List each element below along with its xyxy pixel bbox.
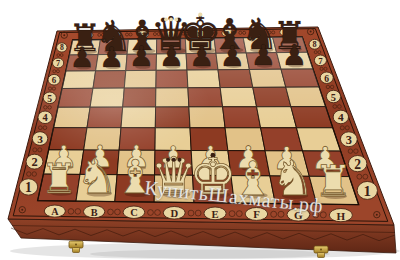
- piece-black-pawn: ♟: [99, 41, 124, 74]
- board-detail: 3: [346, 133, 352, 147]
- board-detail: [320, 249, 322, 251]
- corner-scroll-ornament: [21, 209, 23, 211]
- queen-crown-tip: [166, 158, 170, 162]
- king-finial: [211, 153, 216, 158]
- piece-black-pawn: ♟: [250, 38, 276, 72]
- file-label-D: D: [163, 206, 185, 219]
- queen-crown-tip: [164, 18, 168, 22]
- board-detail: E: [212, 208, 219, 220]
- piece-black-pawn: ♟: [70, 41, 95, 74]
- board-detail: [318, 253, 325, 258]
- board-detail: 5: [331, 92, 336, 103]
- board-detail: [75, 244, 77, 246]
- board-detail: 4: [42, 112, 48, 123]
- piece-white-rook: ♜: [314, 156, 353, 206]
- board-detail: F: [253, 208, 260, 220]
- board-detail: [73, 248, 80, 253]
- board-detail: C: [130, 207, 138, 218]
- piece-black-pawn: ♟: [159, 40, 184, 73]
- board-detail: 2: [31, 155, 37, 169]
- board-detail: 1: [364, 183, 371, 199]
- king-finial: [198, 13, 202, 17]
- rank-label-left-7: 7: [52, 58, 63, 68]
- piece-white-knight: ♞: [76, 149, 118, 204]
- queen-crown-tip: [177, 158, 181, 162]
- file-label-C: C: [123, 206, 145, 218]
- piece-black-pawn: ♟: [220, 40, 246, 73]
- file-label-B: B: [83, 206, 104, 218]
- board-detail: 7: [318, 56, 323, 66]
- piece-black-pawn: ♟: [189, 40, 214, 73]
- rank-label-right-8: 8: [309, 39, 320, 49]
- piece-white-bishop: ♝: [231, 151, 273, 206]
- board-detail: D: [170, 208, 178, 219]
- corner-scroll-ornament: [376, 214, 378, 216]
- board-detail: 3: [37, 133, 43, 145]
- rank-label-right-7: 7: [314, 55, 326, 66]
- product-photo-scene: ABCDEFGHABCDEFGH8877665544332211♜♞♝♛♚♝♞♜…: [0, 0, 400, 260]
- piece-white-rook: ♜: [41, 154, 78, 203]
- board-detail: H: [337, 210, 346, 222]
- corner-scroll-ornament: [310, 31, 312, 33]
- corner-scroll-ornament: [63, 34, 65, 36]
- queen-crown-tip: [169, 18, 173, 22]
- rank-label-right-5: 5: [326, 90, 340, 102]
- queen-crown-tip: [172, 158, 176, 162]
- board-detail: 7: [56, 59, 60, 68]
- board-detail: 6: [324, 73, 329, 84]
- piece-black-pawn: ♟: [129, 40, 154, 73]
- rank-label-left-6: 6: [48, 74, 60, 85]
- rank-label-left-5: 5: [43, 92, 56, 104]
- file-label-A: A: [44, 205, 65, 217]
- file-label-G: G: [287, 208, 310, 221]
- piece-black-pawn: ♟: [282, 38, 308, 72]
- rank-label-left-4: 4: [38, 111, 52, 124]
- rank-label-right-6: 6: [320, 72, 333, 84]
- board-detail: 1: [25, 180, 32, 195]
- piece-white-knight: ♞: [271, 150, 314, 206]
- rank-label-right-3: 3: [340, 132, 357, 147]
- chess-board: ABCDEFGHABCDEFGH8877665544332211♜♞♝♛♚♝♞♜…: [0, 0, 400, 260]
- file-label-F: F: [245, 207, 267, 220]
- board-detail: G: [294, 209, 303, 221]
- board-detail: 6: [52, 75, 57, 85]
- board-detail: A: [51, 206, 59, 217]
- file-label-E: E: [204, 207, 226, 220]
- rank-label-left-1: 1: [19, 179, 38, 195]
- queen-crown-tip: [174, 18, 178, 22]
- rank-label-left-8: 8: [57, 43, 67, 53]
- floor-shadow: [90, 250, 330, 259]
- board-detail: 8: [313, 40, 317, 49]
- board-detail: B: [91, 207, 98, 218]
- board-detail: 8: [60, 43, 64, 52]
- board-detail: 5: [47, 93, 52, 104]
- rank-label-right-4: 4: [333, 110, 348, 124]
- board-detail: 4: [338, 111, 344, 123]
- rank-label-right-1: 1: [357, 181, 377, 199]
- board-detail: 2: [354, 157, 361, 172]
- file-label-H: H: [329, 209, 352, 222]
- rank-label-left-3: 3: [32, 132, 47, 146]
